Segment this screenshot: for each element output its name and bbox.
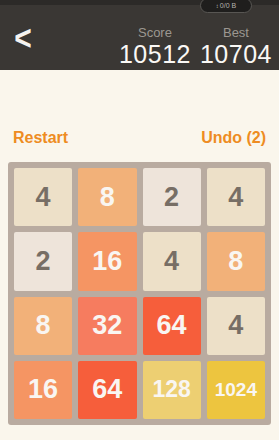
score-label: Score — [138, 24, 172, 41]
tile-r2c3: 4 — [143, 232, 201, 290]
action-bar: < Score 10512 Best 10704 ↕0/0 B — [0, 5, 279, 70]
restart-button[interactable]: Restart — [13, 129, 68, 147]
tile-r2c4: 8 — [207, 232, 265, 290]
tile-r4c1: 16 — [14, 361, 72, 419]
tile-r3c1: 8 — [14, 297, 72, 355]
tile-r2c1: 2 — [14, 232, 72, 290]
tile-r4c4: 1024 — [207, 361, 265, 419]
network-speed-text: 0/0 B — [220, 2, 236, 9]
tile-r2c2: 16 — [78, 232, 136, 290]
tile-r1c3: 2 — [143, 168, 201, 226]
board[interactable]: 48242164883264416641281024 — [8, 162, 271, 425]
undo-button[interactable]: Undo (2) — [201, 129, 266, 147]
back-button[interactable]: < — [0, 0, 46, 75]
network-speed-pill: ↕0/0 B — [200, 0, 252, 13]
tile-r4c3: 128 — [143, 361, 201, 419]
best-block: Best 10704 — [200, 24, 272, 68]
tile-r3c2: 32 — [78, 297, 136, 355]
network-speed-icon: ↕ — [216, 3, 219, 9]
score-panel: Score 10512 Best 10704 — [119, 5, 279, 70]
tile-r1c1: 4 — [14, 168, 72, 226]
best-label: Best — [223, 24, 249, 41]
tile-r4c2: 64 — [78, 361, 136, 419]
tile-r3c4: 4 — [207, 297, 265, 355]
score-value: 10512 — [119, 41, 191, 68]
best-value: 10704 — [200, 41, 272, 68]
tile-r3c3: 64 — [143, 297, 201, 355]
tile-r1c4: 4 — [207, 168, 265, 226]
tile-r1c2: 8 — [78, 168, 136, 226]
game-controls: Restart Undo (2) — [0, 127, 279, 149]
score-block: Score 10512 — [119, 24, 191, 68]
